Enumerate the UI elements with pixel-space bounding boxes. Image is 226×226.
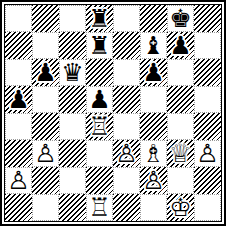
square-a6[interactable]	[5, 59, 32, 86]
square-g3[interactable]: ♕	[167, 140, 194, 167]
piece-white-rook-d4[interactable]: ♖	[88, 113, 110, 140]
square-a2[interactable]: ♙	[5, 167, 32, 194]
square-h3[interactable]: ♙	[194, 140, 221, 167]
piece-white-rook-d1[interactable]: ♖	[88, 194, 110, 221]
square-e3[interactable]: ♙	[113, 140, 140, 167]
square-b7[interactable]	[32, 32, 59, 59]
square-e7[interactable]	[113, 32, 140, 59]
square-f7[interactable]: ♝	[140, 32, 167, 59]
square-f8[interactable]	[140, 5, 167, 32]
square-h7[interactable]	[194, 32, 221, 59]
square-e1[interactable]	[113, 194, 140, 221]
piece-white-king-g1[interactable]: ♔	[169, 194, 191, 221]
square-h6[interactable]	[194, 59, 221, 86]
piece-white-pawn-f2[interactable]: ♙	[142, 167, 164, 194]
piece-black-queen-c6[interactable]: ♛	[61, 59, 83, 86]
square-g5[interactable]	[167, 86, 194, 113]
square-f2[interactable]: ♙	[140, 167, 167, 194]
square-d4[interactable]: ♖	[86, 113, 113, 140]
chess-diagram-frame: ♜♚♜♝♟♟♛♟♟♟♖♙♙♗♕♙♙♙♖♔	[0, 0, 226, 226]
piece-black-pawn-b6[interactable]: ♟	[34, 59, 56, 86]
square-b6[interactable]: ♟	[32, 59, 59, 86]
chess-board: ♜♚♜♝♟♟♛♟♟♟♖♙♙♗♕♙♙♙♖♔	[5, 5, 221, 221]
piece-black-pawn-a5[interactable]: ♟	[7, 86, 29, 113]
piece-white-pawn-a2[interactable]: ♙	[7, 167, 29, 194]
square-g2[interactable]	[167, 167, 194, 194]
square-f3[interactable]: ♗	[140, 140, 167, 167]
square-c2[interactable]	[59, 167, 86, 194]
square-d5[interactable]: ♟	[86, 86, 113, 113]
piece-black-rook-d8[interactable]: ♜	[88, 5, 110, 32]
square-d6[interactable]	[86, 59, 113, 86]
square-f4[interactable]	[140, 113, 167, 140]
square-g6[interactable]	[167, 59, 194, 86]
piece-black-rook-d7[interactable]: ♜	[88, 32, 110, 59]
square-d7[interactable]: ♜	[86, 32, 113, 59]
square-a3[interactable]	[5, 140, 32, 167]
square-h8[interactable]	[194, 5, 221, 32]
square-b3[interactable]: ♙	[32, 140, 59, 167]
piece-black-bishop-f7[interactable]: ♝	[142, 32, 164, 59]
square-a1[interactable]	[5, 194, 32, 221]
piece-white-pawn-e3[interactable]: ♙	[115, 140, 137, 167]
square-a5[interactable]: ♟	[5, 86, 32, 113]
square-c6[interactable]: ♛	[59, 59, 86, 86]
square-h4[interactable]	[194, 113, 221, 140]
piece-black-pawn-g7[interactable]: ♟	[169, 32, 191, 59]
square-f5[interactable]	[140, 86, 167, 113]
square-g8[interactable]: ♚	[167, 5, 194, 32]
square-e6[interactable]	[113, 59, 140, 86]
square-h1[interactable]	[194, 194, 221, 221]
square-g7[interactable]: ♟	[167, 32, 194, 59]
square-f6[interactable]: ♟	[140, 59, 167, 86]
square-d1[interactable]: ♖	[86, 194, 113, 221]
square-c5[interactable]	[59, 86, 86, 113]
square-a8[interactable]	[5, 5, 32, 32]
board-border: ♜♚♜♝♟♟♛♟♟♟♖♙♙♗♕♙♙♙♖♔	[4, 4, 222, 222]
square-c8[interactable]	[59, 5, 86, 32]
square-c7[interactable]	[59, 32, 86, 59]
square-b5[interactable]	[32, 86, 59, 113]
piece-white-bishop-f3[interactable]: ♗	[142, 140, 164, 167]
square-c1[interactable]	[59, 194, 86, 221]
square-b1[interactable]	[32, 194, 59, 221]
square-d3[interactable]	[86, 140, 113, 167]
square-c3[interactable]	[59, 140, 86, 167]
square-h2[interactable]	[194, 167, 221, 194]
piece-black-king-g8[interactable]: ♚	[169, 5, 191, 32]
square-a4[interactable]	[5, 113, 32, 140]
square-e4[interactable]	[113, 113, 140, 140]
square-h5[interactable]	[194, 86, 221, 113]
square-e8[interactable]	[113, 5, 140, 32]
square-e5[interactable]	[113, 86, 140, 113]
piece-black-pawn-d5[interactable]: ♟	[88, 86, 110, 113]
piece-white-pawn-b3[interactable]: ♙	[34, 140, 56, 167]
square-g4[interactable]	[167, 113, 194, 140]
square-b8[interactable]	[32, 5, 59, 32]
square-e2[interactable]	[113, 167, 140, 194]
square-d2[interactable]	[86, 167, 113, 194]
square-f1[interactable]	[140, 194, 167, 221]
square-b4[interactable]	[32, 113, 59, 140]
square-c4[interactable]	[59, 113, 86, 140]
square-a7[interactable]	[5, 32, 32, 59]
piece-black-pawn-f6[interactable]: ♟	[142, 59, 164, 86]
piece-white-pawn-h3[interactable]: ♙	[196, 140, 218, 167]
piece-white-queen-g3[interactable]: ♕	[169, 140, 191, 167]
square-g1[interactable]: ♔	[167, 194, 194, 221]
square-b2[interactable]	[32, 167, 59, 194]
square-d8[interactable]: ♜	[86, 5, 113, 32]
